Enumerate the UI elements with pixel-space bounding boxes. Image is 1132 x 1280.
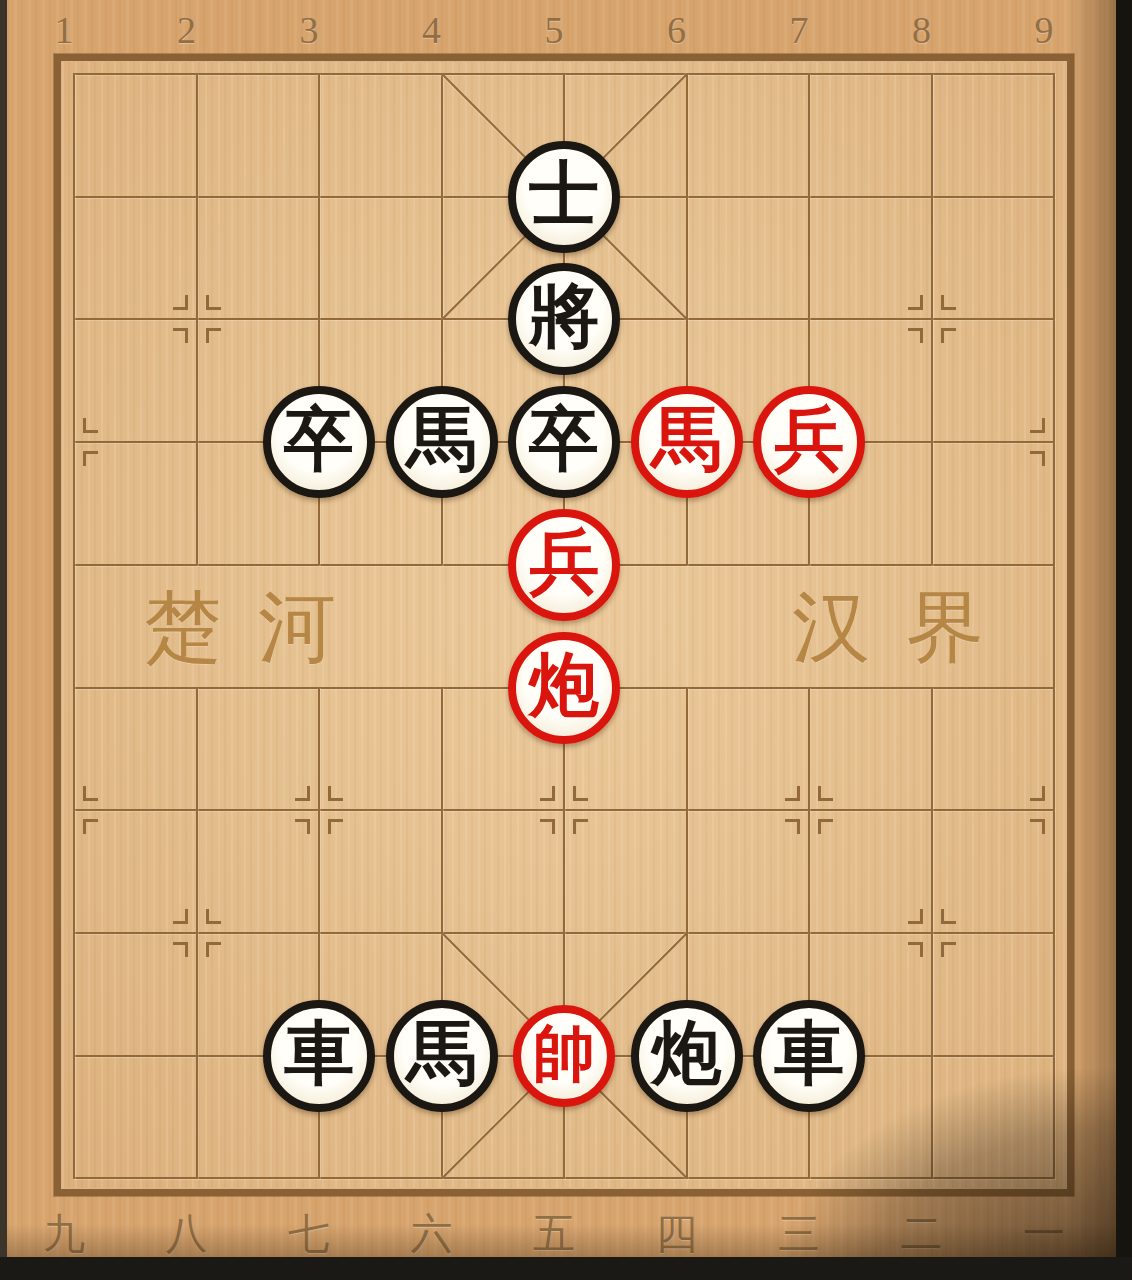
position-marker-corner (173, 295, 188, 310)
position-marker-corner (818, 786, 833, 801)
piece-glyph: 卒 (284, 405, 354, 475)
piece-glyph: 兵 (529, 528, 599, 598)
position-marker-corner (1030, 819, 1045, 834)
file-label-top: 7 (759, 8, 839, 52)
position-marker-corner (540, 786, 555, 801)
piece-glyph: 馬 (652, 405, 722, 475)
position-marker-corner (941, 909, 956, 924)
right-shadow (1068, 0, 1116, 1280)
file-label-top: 8 (882, 8, 962, 52)
position-marker-corner (295, 819, 310, 834)
grid-line (73, 73, 75, 1179)
piece-black-soldier[interactable]: 卒 (508, 386, 620, 498)
position-marker-corner (83, 786, 98, 801)
file-label-top: 4 (392, 8, 472, 52)
file-label-top: 5 (514, 8, 594, 52)
piece-glyph: 卒 (529, 405, 599, 475)
position-marker-corner (785, 786, 800, 801)
piece-red-horse[interactable]: 馬 (631, 386, 743, 498)
piece-glyph: 將 (529, 282, 599, 352)
piece-black-chariot[interactable]: 車 (263, 1000, 375, 1112)
grid-line (931, 687, 933, 1180)
position-marker-corner (785, 819, 800, 834)
piece-glyph: 士 (529, 160, 599, 230)
piece-glyph: 兵 (774, 405, 844, 475)
grid-line (931, 73, 933, 565)
grid-line (1053, 73, 1055, 1179)
piece-red-soldier[interactable]: 兵 (508, 509, 620, 621)
position-marker-corner (173, 909, 188, 924)
position-marker-corner (573, 819, 588, 834)
position-marker-corner (908, 328, 923, 343)
position-marker-corner (173, 328, 188, 343)
position-marker-corner (83, 819, 98, 834)
position-marker-corner (941, 295, 956, 310)
piece-black-horse[interactable]: 馬 (386, 386, 498, 498)
piece-glyph: 馬 (407, 405, 477, 475)
piece-red-soldier[interactable]: 兵 (753, 386, 865, 498)
xiangqi-app-screen: 楚河 汉界 123456789 九八七六五四三二一 士將卒馬卒馬兵兵炮車馬帥炮車 (0, 0, 1132, 1280)
piece-black-advisor[interactable]: 士 (508, 141, 620, 253)
screen-edge-bottom (0, 1257, 1132, 1280)
file-label-top: 1 (24, 8, 104, 52)
piece-black-chariot[interactable]: 車 (753, 1000, 865, 1112)
position-marker-corner (83, 451, 98, 466)
position-marker-corner (941, 942, 956, 957)
grid-line (196, 687, 198, 1180)
position-marker-corner (328, 786, 343, 801)
piece-glyph: 車 (774, 1019, 844, 1089)
position-marker-corner (908, 295, 923, 310)
piece-red-cannon[interactable]: 炮 (508, 632, 620, 744)
position-marker-corner (1030, 451, 1045, 466)
piece-glyph: 馬 (407, 1019, 477, 1089)
position-marker-corner (206, 942, 221, 957)
piece-black-soldier[interactable]: 卒 (263, 386, 375, 498)
bottom-shadow (0, 1224, 1132, 1258)
grid-line (196, 73, 198, 565)
piece-black-horse[interactable]: 馬 (386, 1000, 498, 1112)
file-label-top: 6 (637, 8, 717, 52)
position-marker-corner (818, 819, 833, 834)
position-marker-corner (328, 819, 343, 834)
position-marker-corner (173, 942, 188, 957)
screen-edge-right (1116, 0, 1132, 1280)
position-marker-corner (83, 418, 98, 433)
screen-edge-left (0, 0, 7, 1280)
file-label-top: 2 (147, 8, 227, 52)
file-label-top: 3 (269, 8, 349, 52)
piece-glyph: 炮 (652, 1019, 722, 1089)
position-marker-corner (908, 942, 923, 957)
position-marker-corner (206, 909, 221, 924)
position-marker-corner (573, 786, 588, 801)
position-marker-corner (206, 295, 221, 310)
position-marker-corner (295, 786, 310, 801)
piece-black-cannon[interactable]: 炮 (631, 1000, 743, 1112)
piece-glyph: 車 (284, 1019, 354, 1089)
position-marker-corner (206, 328, 221, 343)
position-marker-corner (1030, 786, 1045, 801)
position-marker-corner (1030, 418, 1045, 433)
piece-black-general[interactable]: 將 (508, 263, 620, 375)
river-text-left: 楚河 (144, 576, 372, 681)
river-text-right: 汉界 (792, 576, 1020, 681)
piece-glyph: 帥 (533, 1023, 595, 1085)
piece-glyph: 炮 (529, 651, 599, 721)
position-marker-corner (908, 909, 923, 924)
piece-red-general[interactable]: 帥 (513, 1005, 615, 1107)
position-marker-corner (941, 328, 956, 343)
position-marker-corner (540, 819, 555, 834)
